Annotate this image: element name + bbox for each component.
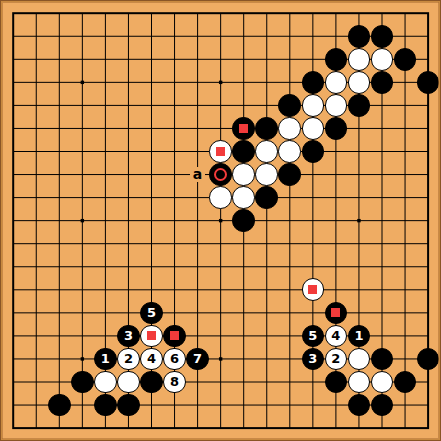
empty-point xyxy=(324,209,347,232)
white-stone xyxy=(278,117,301,140)
white-stone-point xyxy=(347,71,370,94)
empty-point xyxy=(163,278,186,301)
empty-point xyxy=(94,301,117,324)
empty-point xyxy=(163,209,186,232)
square-mark-icon xyxy=(331,308,340,317)
empty-point xyxy=(255,2,278,25)
black-stone-point xyxy=(163,324,186,347)
empty-point xyxy=(140,140,163,163)
empty-point xyxy=(94,209,117,232)
black-stone xyxy=(140,371,163,394)
empty-point xyxy=(163,163,186,186)
white-stone-point xyxy=(255,140,278,163)
black-stone xyxy=(371,71,394,94)
empty-point xyxy=(255,347,278,370)
black-stone-point xyxy=(370,71,393,94)
empty-point xyxy=(278,71,301,94)
move-number: 5 xyxy=(147,306,156,319)
empty-point xyxy=(278,324,301,347)
empty-point xyxy=(232,25,255,48)
white-stone-point: 4 xyxy=(324,324,347,347)
empty-point xyxy=(347,209,370,232)
empty-point xyxy=(117,278,140,301)
empty-point xyxy=(140,278,163,301)
empty-point xyxy=(232,2,255,25)
black-stone xyxy=(71,371,94,394)
empty-point xyxy=(48,94,71,117)
empty-point xyxy=(48,117,71,140)
empty-point xyxy=(140,209,163,232)
empty-point xyxy=(417,186,440,209)
empty-point xyxy=(232,301,255,324)
empty-point xyxy=(25,94,48,117)
empty-point xyxy=(232,48,255,71)
empty-point xyxy=(301,417,324,440)
empty-point xyxy=(48,71,71,94)
black-stone-point xyxy=(324,117,347,140)
empty-point xyxy=(347,232,370,255)
black-stone-point xyxy=(347,94,370,117)
white-stone-point xyxy=(209,186,232,209)
empty-point xyxy=(255,417,278,440)
empty-point xyxy=(71,140,94,163)
white-stone-point: 2 xyxy=(324,347,347,370)
square-mark-icon xyxy=(239,124,248,133)
empty-point xyxy=(186,209,209,232)
empty-point xyxy=(301,209,324,232)
empty-point xyxy=(393,186,416,209)
empty-point xyxy=(278,370,301,393)
empty-point xyxy=(301,186,324,209)
empty-point xyxy=(186,2,209,25)
black-stone-point xyxy=(71,370,94,393)
white-stone xyxy=(278,140,301,163)
empty-point xyxy=(2,370,25,393)
empty-point xyxy=(163,232,186,255)
empty-point xyxy=(370,232,393,255)
empty-point xyxy=(117,2,140,25)
white-stone-point xyxy=(140,324,163,347)
black-stone xyxy=(325,371,348,394)
empty-point xyxy=(71,25,94,48)
black-stone-point xyxy=(94,393,117,416)
empty-point xyxy=(347,186,370,209)
black-stone-point xyxy=(255,186,278,209)
white-stone-point xyxy=(301,117,324,140)
white-stone xyxy=(232,163,255,186)
empty-point xyxy=(186,232,209,255)
empty-point xyxy=(278,301,301,324)
empty-point xyxy=(186,417,209,440)
empty-point xyxy=(417,25,440,48)
empty-point xyxy=(278,186,301,209)
empty-point xyxy=(209,417,232,440)
empty-point xyxy=(347,278,370,301)
empty-point xyxy=(186,48,209,71)
empty-point xyxy=(48,255,71,278)
empty-point xyxy=(370,2,393,25)
empty-point xyxy=(393,163,416,186)
empty-point xyxy=(163,117,186,140)
point-label-a: a xyxy=(190,167,205,182)
empty-point xyxy=(186,140,209,163)
empty-point xyxy=(324,163,347,186)
empty-point xyxy=(140,393,163,416)
black-stone-point xyxy=(417,71,440,94)
white-stone-point xyxy=(324,71,347,94)
black-stone xyxy=(48,394,71,417)
empty-point xyxy=(94,417,117,440)
black-stone: 7 xyxy=(186,348,209,371)
black-stone: 1 xyxy=(94,348,117,371)
empty-point xyxy=(2,417,25,440)
empty-point xyxy=(25,301,48,324)
black-stone-point: 1 xyxy=(347,324,370,347)
empty-point xyxy=(163,140,186,163)
move-number: 8 xyxy=(170,375,179,388)
move-number: 7 xyxy=(193,352,202,365)
empty-point xyxy=(232,347,255,370)
empty-point xyxy=(71,278,94,301)
empty-point xyxy=(48,140,71,163)
empty-point xyxy=(140,255,163,278)
white-stone xyxy=(348,348,371,371)
black-stone-point xyxy=(417,347,440,370)
black-stone: 1 xyxy=(348,325,371,348)
empty-point xyxy=(370,140,393,163)
white-stone-point xyxy=(209,140,232,163)
empty-point xyxy=(25,186,48,209)
black-stone-point xyxy=(209,163,232,186)
empty-point xyxy=(140,117,163,140)
black-stone: 5 xyxy=(140,302,163,325)
empty-point xyxy=(2,232,25,255)
circle-mark-icon xyxy=(214,168,227,181)
empty-point xyxy=(71,186,94,209)
white-stone-point xyxy=(94,370,117,393)
empty-point xyxy=(117,48,140,71)
empty-point xyxy=(71,347,94,370)
empty-point xyxy=(370,163,393,186)
empty-point xyxy=(417,117,440,140)
black-stone xyxy=(417,71,440,94)
empty-point xyxy=(370,324,393,347)
empty-point xyxy=(417,48,440,71)
black-stone-point: 5 xyxy=(301,324,324,347)
empty-point xyxy=(324,140,347,163)
empty-point xyxy=(48,48,71,71)
empty-point xyxy=(25,48,48,71)
empty-point xyxy=(417,278,440,301)
black-stone xyxy=(417,348,440,371)
empty-point xyxy=(25,278,48,301)
empty-point xyxy=(255,94,278,117)
empty-point xyxy=(117,186,140,209)
empty-point xyxy=(324,186,347,209)
black-stone-point xyxy=(232,117,255,140)
empty-point xyxy=(117,209,140,232)
empty-point xyxy=(140,94,163,117)
empty-point xyxy=(25,232,48,255)
empty-point xyxy=(209,347,232,370)
empty-point xyxy=(186,94,209,117)
empty-point xyxy=(48,2,71,25)
empty-point xyxy=(370,417,393,440)
empty-point xyxy=(71,2,94,25)
empty-point xyxy=(209,255,232,278)
move-number: 4 xyxy=(147,352,156,365)
empty-point xyxy=(25,2,48,25)
white-stone xyxy=(302,94,325,117)
white-stone xyxy=(140,325,163,348)
white-stone-point xyxy=(370,370,393,393)
empty-point xyxy=(2,94,25,117)
empty-point xyxy=(393,117,416,140)
empty-point xyxy=(2,163,25,186)
empty-point xyxy=(2,186,25,209)
empty-point xyxy=(255,48,278,71)
empty-point xyxy=(209,117,232,140)
empty-point xyxy=(94,232,117,255)
white-stone: 2 xyxy=(325,348,348,371)
black-stone xyxy=(394,48,417,71)
black-stone xyxy=(302,71,325,94)
empty-point xyxy=(25,209,48,232)
empty-point xyxy=(347,117,370,140)
black-stone-point xyxy=(301,71,324,94)
empty-point xyxy=(301,255,324,278)
empty-point xyxy=(301,301,324,324)
black-stone xyxy=(255,186,278,209)
empty-point xyxy=(278,255,301,278)
white-stone-point xyxy=(301,278,324,301)
empty-point xyxy=(393,209,416,232)
empty-point xyxy=(278,417,301,440)
empty-point xyxy=(140,232,163,255)
empty-point xyxy=(393,393,416,416)
empty-point xyxy=(117,71,140,94)
black-stone-point xyxy=(140,370,163,393)
black-stone xyxy=(232,140,255,163)
empty-point xyxy=(25,393,48,416)
empty-point xyxy=(209,2,232,25)
empty-point xyxy=(232,393,255,416)
empty-point xyxy=(140,25,163,48)
empty-point xyxy=(94,71,117,94)
empty-point xyxy=(393,255,416,278)
black-stone: 3 xyxy=(117,325,140,348)
empty-point xyxy=(209,393,232,416)
empty-point xyxy=(255,232,278,255)
empty-point xyxy=(370,94,393,117)
empty-point xyxy=(94,278,117,301)
empty-point xyxy=(71,163,94,186)
white-stone xyxy=(117,371,140,394)
black-stone-point xyxy=(232,209,255,232)
empty-point xyxy=(117,255,140,278)
empty-point xyxy=(186,117,209,140)
empty-point xyxy=(71,255,94,278)
empty-point xyxy=(255,71,278,94)
empty-point xyxy=(186,301,209,324)
empty-point xyxy=(48,324,71,347)
empty-point xyxy=(186,71,209,94)
black-stone-point xyxy=(301,140,324,163)
empty-point xyxy=(301,2,324,25)
empty-point xyxy=(301,48,324,71)
empty-point xyxy=(393,301,416,324)
white-stone-point xyxy=(324,94,347,117)
empty-point xyxy=(163,71,186,94)
empty-point xyxy=(163,2,186,25)
empty-point xyxy=(117,94,140,117)
black-stone xyxy=(394,371,417,394)
empty-point xyxy=(186,25,209,48)
white-stone: 2 xyxy=(117,348,140,371)
square-mark-icon xyxy=(308,285,317,294)
empty-point xyxy=(140,2,163,25)
empty-point xyxy=(2,209,25,232)
empty-point xyxy=(25,324,48,347)
move-number: 1 xyxy=(354,329,363,342)
move-number: 2 xyxy=(124,352,133,365)
white-stone xyxy=(348,371,371,394)
black-stone-point xyxy=(324,301,347,324)
white-stone xyxy=(371,371,394,394)
empty-point xyxy=(117,140,140,163)
white-stone-point xyxy=(347,370,370,393)
empty-point xyxy=(232,324,255,347)
black-stone xyxy=(232,209,255,232)
empty-point xyxy=(25,117,48,140)
empty-point xyxy=(209,278,232,301)
empty-point xyxy=(94,163,117,186)
empty-point xyxy=(417,2,440,25)
empty-point xyxy=(94,2,117,25)
empty-point xyxy=(2,393,25,416)
empty-point xyxy=(71,393,94,416)
empty-point xyxy=(255,324,278,347)
empty-point xyxy=(417,393,440,416)
empty-point xyxy=(71,301,94,324)
white-stone xyxy=(325,71,348,94)
empty-point xyxy=(347,2,370,25)
black-stone-point xyxy=(255,117,278,140)
empty-point xyxy=(48,417,71,440)
empty-point xyxy=(255,393,278,416)
white-stone: 4 xyxy=(140,348,163,371)
empty-point xyxy=(71,417,94,440)
white-stone xyxy=(209,186,232,209)
empty-point xyxy=(370,186,393,209)
empty-point xyxy=(140,186,163,209)
empty-point xyxy=(417,232,440,255)
empty-point xyxy=(117,25,140,48)
black-stone: 5 xyxy=(302,325,325,348)
empty-point xyxy=(2,278,25,301)
empty-point xyxy=(209,25,232,48)
empty-point xyxy=(278,393,301,416)
black-stone-point xyxy=(278,163,301,186)
empty-point xyxy=(417,324,440,347)
empty-point xyxy=(393,347,416,370)
empty-point xyxy=(2,117,25,140)
black-stone xyxy=(348,25,371,48)
white-stone xyxy=(348,48,371,71)
empty-point xyxy=(186,186,209,209)
empty-point xyxy=(117,232,140,255)
empty-point xyxy=(278,2,301,25)
empty-point xyxy=(324,278,347,301)
white-stone xyxy=(302,278,325,301)
empty-point xyxy=(140,163,163,186)
empty-point xyxy=(94,186,117,209)
black-stone-point xyxy=(324,48,347,71)
empty-point xyxy=(347,417,370,440)
move-number: 4 xyxy=(331,329,340,342)
move-number: 3 xyxy=(124,329,133,342)
empty-point xyxy=(2,48,25,71)
white-stone-point xyxy=(278,117,301,140)
empty-point xyxy=(2,140,25,163)
black-stone-point xyxy=(117,393,140,416)
empty-point xyxy=(163,255,186,278)
empty-point xyxy=(25,25,48,48)
white-stone-point xyxy=(347,48,370,71)
empty-point xyxy=(301,232,324,255)
black-stone xyxy=(255,117,278,140)
empty-point xyxy=(94,48,117,71)
empty-point xyxy=(393,140,416,163)
white-stone xyxy=(209,140,232,163)
empty-point xyxy=(370,209,393,232)
empty-point xyxy=(301,163,324,186)
empty-point xyxy=(117,301,140,324)
move-number: 3 xyxy=(308,352,317,365)
empty-point xyxy=(209,232,232,255)
empty-point xyxy=(347,255,370,278)
empty-point xyxy=(417,163,440,186)
black-stone xyxy=(371,394,394,417)
empty-point xyxy=(324,417,347,440)
empty-point xyxy=(232,71,255,94)
empty-point xyxy=(94,117,117,140)
board-grid: a5354112467328 xyxy=(2,2,440,440)
white-stone: 4 xyxy=(325,325,348,348)
white-stone xyxy=(325,94,348,117)
white-stone-point xyxy=(370,48,393,71)
empty-point xyxy=(417,417,440,440)
empty-point xyxy=(255,301,278,324)
empty-point xyxy=(25,163,48,186)
empty-point xyxy=(71,232,94,255)
white-stone: 6 xyxy=(163,348,186,371)
empty-point xyxy=(163,25,186,48)
move-number: 1 xyxy=(101,352,110,365)
square-mark-icon xyxy=(147,331,156,340)
empty-point xyxy=(2,301,25,324)
empty-point xyxy=(48,347,71,370)
empty-point xyxy=(163,417,186,440)
white-stone-point: 4 xyxy=(140,347,163,370)
empty-point xyxy=(301,25,324,48)
empty-point xyxy=(94,324,117,347)
empty-point xyxy=(232,94,255,117)
empty-point xyxy=(71,48,94,71)
empty-point xyxy=(186,255,209,278)
empty-point xyxy=(347,301,370,324)
white-stone-point xyxy=(232,186,255,209)
